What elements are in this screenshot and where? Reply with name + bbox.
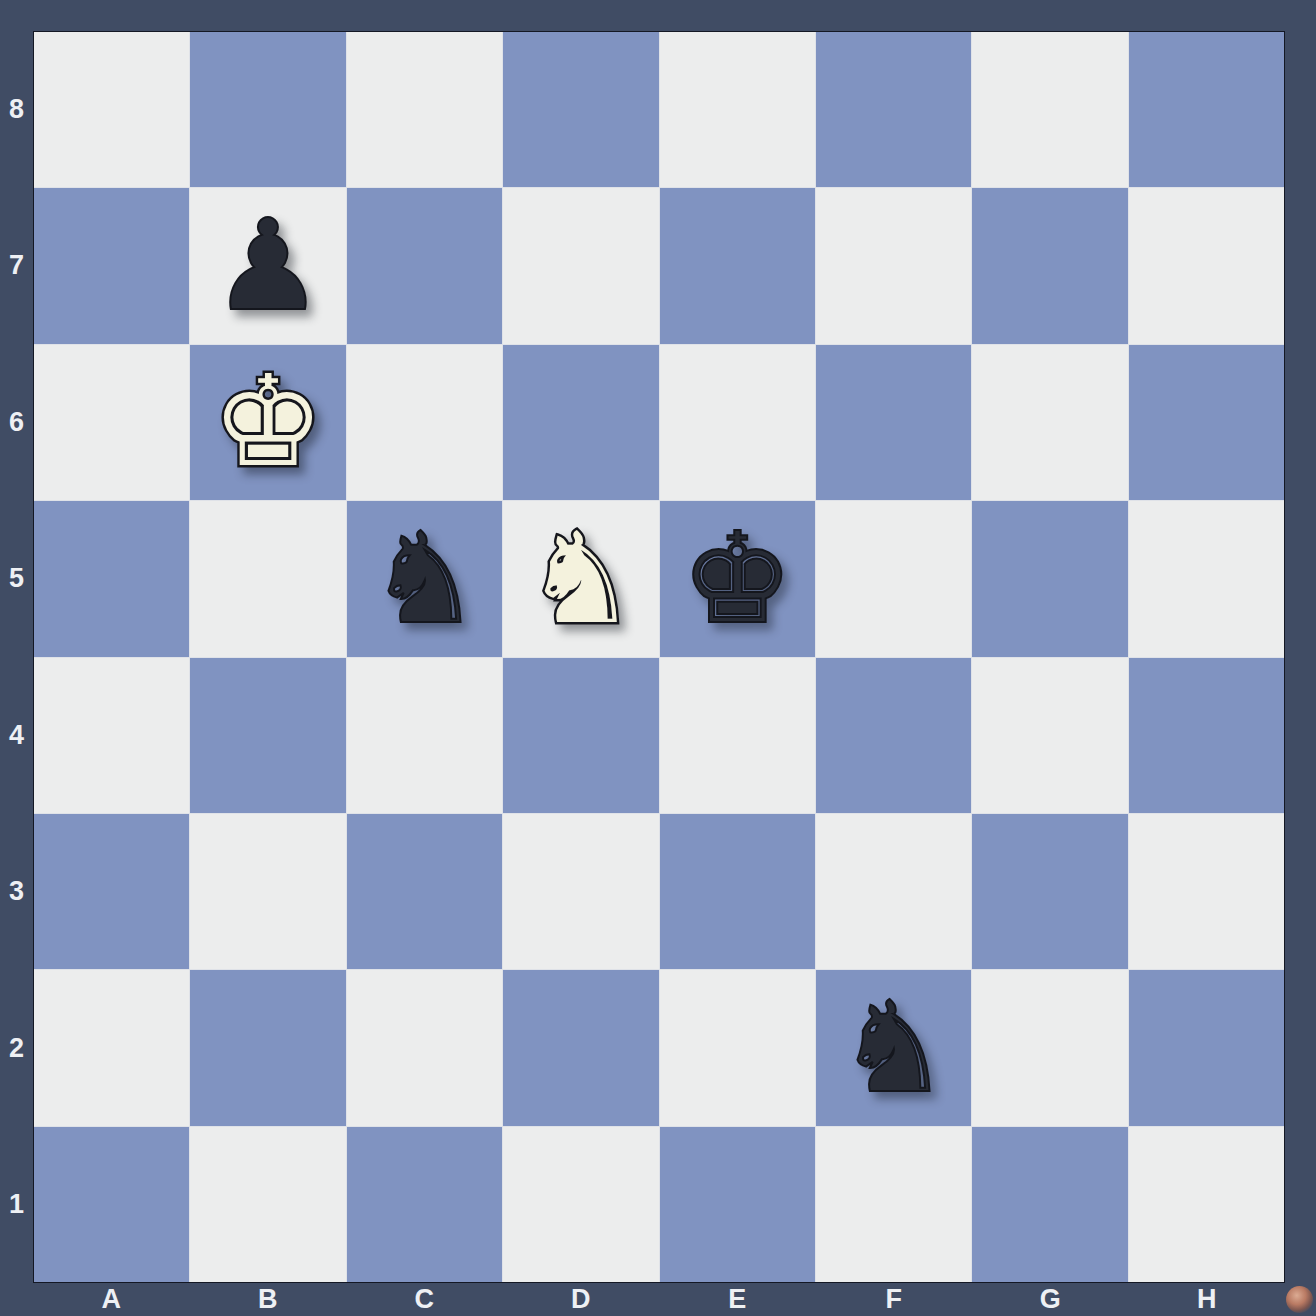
square-b6[interactable]: ♚ <box>190 345 345 500</box>
square-h8[interactable] <box>1129 32 1284 187</box>
square-e3[interactable] <box>660 814 815 969</box>
square-e4[interactable] <box>660 658 815 813</box>
square-g8[interactable] <box>972 32 1127 187</box>
square-d8[interactable] <box>503 32 658 187</box>
square-g3[interactable] <box>972 814 1127 969</box>
piece-black-knight[interactable]: ♞ <box>368 516 481 642</box>
file-label-e: E <box>659 1282 816 1316</box>
square-g1[interactable] <box>972 1127 1127 1282</box>
piece-white-knight[interactable]: ♞ <box>524 516 637 642</box>
square-h2[interactable] <box>1129 970 1284 1125</box>
square-g7[interactable] <box>972 188 1127 343</box>
square-a8[interactable] <box>34 32 189 187</box>
square-d5[interactable]: ♞ <box>503 501 658 656</box>
square-e8[interactable] <box>660 32 815 187</box>
corner-orb-decoration <box>1286 1286 1313 1313</box>
square-h7[interactable] <box>1129 188 1284 343</box>
board: ♟♚♞♞♚♞ <box>33 31 1285 1283</box>
square-b1[interactable] <box>190 1127 345 1282</box>
piece-black-knight[interactable]: ♞ <box>837 985 950 1111</box>
square-h6[interactable] <box>1129 345 1284 500</box>
square-d4[interactable] <box>503 658 658 813</box>
square-a7[interactable] <box>34 188 189 343</box>
square-g6[interactable] <box>972 345 1127 500</box>
square-b3[interactable] <box>190 814 345 969</box>
square-f4[interactable] <box>816 658 971 813</box>
square-a5[interactable] <box>34 501 189 656</box>
file-label-d: D <box>503 1282 660 1316</box>
square-d1[interactable] <box>503 1127 658 1282</box>
rank-label-2: 2 <box>0 970 33 1127</box>
file-label-f: F <box>816 1282 973 1316</box>
square-a3[interactable] <box>34 814 189 969</box>
square-f2[interactable]: ♞ <box>816 970 971 1125</box>
square-c3[interactable] <box>347 814 502 969</box>
piece-black-king[interactable]: ♚ <box>681 516 794 642</box>
square-b4[interactable] <box>190 658 345 813</box>
square-b5[interactable] <box>190 501 345 656</box>
rank-label-5: 5 <box>0 501 33 658</box>
square-c1[interactable] <box>347 1127 502 1282</box>
square-b8[interactable] <box>190 32 345 187</box>
square-c8[interactable] <box>347 32 502 187</box>
square-e6[interactable] <box>660 345 815 500</box>
square-d7[interactable] <box>503 188 658 343</box>
square-e7[interactable] <box>660 188 815 343</box>
file-label-b: B <box>190 1282 347 1316</box>
square-d6[interactable] <box>503 345 658 500</box>
square-c5[interactable]: ♞ <box>347 501 502 656</box>
square-f3[interactable] <box>816 814 971 969</box>
rank-label-8: 8 <box>0 31 33 188</box>
piece-black-pawn[interactable]: ♟ <box>212 203 325 329</box>
square-c6[interactable] <box>347 345 502 500</box>
square-f7[interactable] <box>816 188 971 343</box>
chess-app-frame: ♟♚♞♞♚♞ 87654321 ABCDEFGH <box>0 0 1316 1316</box>
square-f6[interactable] <box>816 345 971 500</box>
file-label-a: A <box>33 1282 190 1316</box>
square-e1[interactable] <box>660 1127 815 1282</box>
square-a4[interactable] <box>34 658 189 813</box>
file-labels: ABCDEFGH <box>33 1282 1285 1316</box>
rank-label-7: 7 <box>0 188 33 345</box>
square-a1[interactable] <box>34 1127 189 1282</box>
square-d3[interactable] <box>503 814 658 969</box>
square-a2[interactable] <box>34 970 189 1125</box>
file-label-g: G <box>972 1282 1129 1316</box>
rank-label-3: 3 <box>0 814 33 971</box>
rank-label-4: 4 <box>0 657 33 814</box>
square-e5[interactable]: ♚ <box>660 501 815 656</box>
file-label-c: C <box>346 1282 503 1316</box>
square-h5[interactable] <box>1129 501 1284 656</box>
piece-white-king[interactable]: ♚ <box>212 359 325 485</box>
square-f1[interactable] <box>816 1127 971 1282</box>
rank-label-6: 6 <box>0 344 33 501</box>
square-f8[interactable] <box>816 32 971 187</box>
square-a6[interactable] <box>34 345 189 500</box>
square-h4[interactable] <box>1129 658 1284 813</box>
square-g2[interactable] <box>972 970 1127 1125</box>
square-c4[interactable] <box>347 658 502 813</box>
square-c2[interactable] <box>347 970 502 1125</box>
square-g5[interactable] <box>972 501 1127 656</box>
square-b7[interactable]: ♟ <box>190 188 345 343</box>
square-d2[interactable] <box>503 970 658 1125</box>
file-label-h: H <box>1129 1282 1286 1316</box>
square-g4[interactable] <box>972 658 1127 813</box>
square-b2[interactable] <box>190 970 345 1125</box>
square-h1[interactable] <box>1129 1127 1284 1282</box>
square-f5[interactable] <box>816 501 971 656</box>
rank-label-1: 1 <box>0 1127 33 1284</box>
rank-labels: 87654321 <box>0 31 33 1283</box>
square-h3[interactable] <box>1129 814 1284 969</box>
square-c7[interactable] <box>347 188 502 343</box>
square-e2[interactable] <box>660 970 815 1125</box>
